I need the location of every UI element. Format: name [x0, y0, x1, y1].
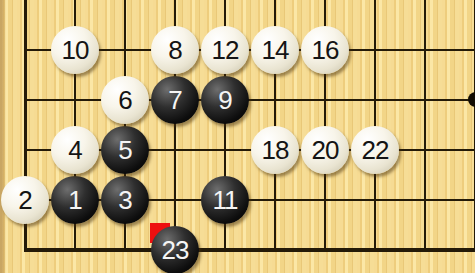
stone-white-18: 18 — [251, 126, 299, 174]
stone-white-8: 8 — [151, 26, 199, 74]
grid-line — [424, 0, 426, 252]
grid-line — [24, 248, 475, 251]
stone-white-14: 14 — [251, 26, 299, 74]
stone-white-16: 16 — [301, 26, 349, 74]
stone-white-6: 6 — [101, 76, 149, 124]
stone-black-9: 9 — [201, 76, 249, 124]
goban[interactable]: 123456789101112141618202223 — [0, 0, 475, 273]
stone-white-4: 4 — [51, 126, 99, 174]
stone-black-1: 1 — [51, 176, 99, 224]
stone-white-22: 22 — [351, 126, 399, 174]
stone-white-12: 12 — [201, 26, 249, 74]
stone-black-5: 5 — [101, 126, 149, 174]
star-point — [468, 92, 475, 107]
stone-white-10: 10 — [51, 26, 99, 74]
stone-white-2: 2 — [1, 176, 49, 224]
stone-black-3: 3 — [101, 176, 149, 224]
stone-black-23: 23 — [151, 226, 199, 273]
stone-white-20: 20 — [301, 126, 349, 174]
stone-black-11: 11 — [201, 176, 249, 224]
grid-line — [24, 99, 475, 101]
stone-black-7: 7 — [151, 76, 199, 124]
go-board-diagram: 123456789101112141618202223 — [0, 0, 475, 273]
